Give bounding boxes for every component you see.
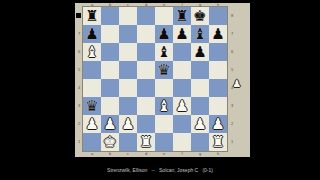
black-pawn-a7: ♟ bbox=[83, 25, 101, 43]
rank-label-left-1: 1 bbox=[76, 133, 82, 151]
rank-label-right-1: 1 bbox=[229, 133, 235, 151]
black-pawn-h7: ♟ bbox=[209, 25, 227, 43]
file-label-bottom-h: h bbox=[209, 152, 227, 156]
square-g1[interactable] bbox=[191, 133, 209, 151]
square-b8[interactable] bbox=[101, 7, 119, 25]
square-f4[interactable] bbox=[173, 79, 191, 97]
white-pawn-f3: ♟ bbox=[173, 97, 191, 115]
game-info-footer: Strenzwilk, Ellison -- Solcan, Joseph C … bbox=[0, 157, 320, 180]
square-g8[interactable]: ♚ bbox=[191, 7, 209, 25]
file-label-top-e: e bbox=[155, 3, 173, 7]
square-h2[interactable]: ♟ bbox=[209, 115, 227, 133]
file-label-top-a: a bbox=[83, 3, 101, 7]
black-bishop-e6: ♝ bbox=[155, 43, 173, 61]
square-h6[interactable] bbox=[209, 43, 227, 61]
square-b3[interactable] bbox=[101, 97, 119, 115]
square-e2[interactable] bbox=[155, 115, 173, 133]
black-bishop-g7: ♝ bbox=[191, 25, 209, 43]
black-pawn-f7: ♟ bbox=[173, 25, 191, 43]
square-h7[interactable]: ♟ bbox=[209, 25, 227, 43]
square-e4[interactable] bbox=[155, 79, 173, 97]
black-king-g8: ♚ bbox=[191, 7, 209, 25]
square-h1[interactable]: ♜ bbox=[209, 133, 227, 151]
square-c5[interactable] bbox=[119, 61, 137, 79]
rank-label-right-3: 3 bbox=[229, 97, 235, 115]
rank-label-right-2: 2 bbox=[229, 115, 235, 133]
black-rook-f8: ♜ bbox=[173, 7, 191, 25]
rank-label-left-6: 6 bbox=[76, 43, 82, 61]
rank-label-right-6: 6 bbox=[229, 43, 235, 61]
square-h3[interactable] bbox=[209, 97, 227, 115]
square-d8[interactable] bbox=[137, 7, 155, 25]
square-e1[interactable] bbox=[155, 133, 173, 151]
white-pawn-g2: ♟ bbox=[191, 115, 209, 133]
square-h8[interactable] bbox=[209, 7, 227, 25]
white-bishop-e3: ♝ bbox=[155, 97, 173, 115]
square-d1[interactable]: ♜ bbox=[137, 133, 155, 151]
square-a2[interactable]: ♟ bbox=[83, 115, 101, 133]
white-bishop-a6: ♝ bbox=[83, 43, 101, 61]
file-label-top-c: c bbox=[119, 3, 137, 7]
chess-board: ♜♜♚♟♟♟♝♟♝♝♟♛♛♝♟♟♟♟♟♟♚♜♜ bbox=[83, 7, 227, 151]
square-d3[interactable] bbox=[137, 97, 155, 115]
square-a5[interactable] bbox=[83, 61, 101, 79]
square-h5[interactable] bbox=[209, 61, 227, 79]
black-rook-a8: ♜ bbox=[83, 7, 101, 25]
square-e7[interactable]: ♟ bbox=[155, 25, 173, 43]
square-c7[interactable] bbox=[119, 25, 137, 43]
rank-label-right-7: 7 bbox=[229, 25, 235, 43]
black-side-marker-icon bbox=[76, 13, 81, 18]
video-frame: ♜♜♚♟♟♟♝♟♝♝♟♛♛♝♟♟♟♟♟♟♚♜♜ aabbccddeeffgghh… bbox=[0, 0, 320, 180]
square-f5[interactable] bbox=[173, 61, 191, 79]
file-label-top-f: f bbox=[173, 3, 191, 7]
white-king-b1: ♚ bbox=[101, 133, 119, 151]
square-g5[interactable] bbox=[191, 61, 209, 79]
white-rook-d1: ♜ bbox=[137, 133, 155, 151]
square-c1[interactable] bbox=[119, 133, 137, 151]
black-queen-e5: ♛ bbox=[155, 61, 173, 79]
square-d2[interactable] bbox=[137, 115, 155, 133]
file-label-bottom-f: f bbox=[173, 152, 191, 156]
square-c6[interactable] bbox=[119, 43, 137, 61]
square-c4[interactable] bbox=[119, 79, 137, 97]
square-d6[interactable] bbox=[137, 43, 155, 61]
white-rook-h1: ♜ bbox=[209, 133, 227, 151]
square-e5[interactable]: ♛ bbox=[155, 61, 173, 79]
board-panel: ♜♜♚♟♟♟♝♟♝♝♟♛♛♝♟♟♟♟♟♟♚♜♜ aabbccddeeffgghh… bbox=[75, 3, 250, 157]
square-g6[interactable]: ♟ bbox=[191, 43, 209, 61]
square-a1[interactable] bbox=[83, 133, 101, 151]
square-h4[interactable] bbox=[209, 79, 227, 97]
square-g7[interactable]: ♝ bbox=[191, 25, 209, 43]
square-e6[interactable]: ♝ bbox=[155, 43, 173, 61]
square-b5[interactable] bbox=[101, 61, 119, 79]
square-f3[interactable]: ♟ bbox=[173, 97, 191, 115]
square-g3[interactable] bbox=[191, 97, 209, 115]
rank-label-left-2: 2 bbox=[76, 115, 82, 133]
square-d7[interactable] bbox=[137, 25, 155, 43]
file-label-top-d: d bbox=[137, 3, 155, 7]
square-d4[interactable] bbox=[137, 79, 155, 97]
square-g4[interactable] bbox=[191, 79, 209, 97]
square-a6[interactable]: ♝ bbox=[83, 43, 101, 61]
rank-label-left-3: 3 bbox=[76, 97, 82, 115]
file-label-bottom-c: c bbox=[119, 152, 137, 156]
file-label-top-b: b bbox=[101, 3, 119, 7]
square-f6[interactable] bbox=[173, 43, 191, 61]
black-queen-a3: ♛ bbox=[83, 97, 101, 115]
square-c8[interactable] bbox=[119, 7, 137, 25]
white-pawn-a2: ♟ bbox=[83, 115, 101, 133]
file-label-bottom-b: b bbox=[101, 152, 119, 156]
square-b4[interactable] bbox=[101, 79, 119, 97]
white-pawn-h2: ♟ bbox=[209, 115, 227, 133]
square-b2[interactable]: ♟ bbox=[101, 115, 119, 133]
square-a8[interactable]: ♜ bbox=[83, 7, 101, 25]
rank-label-left-7: 7 bbox=[76, 25, 82, 43]
square-b7[interactable] bbox=[101, 25, 119, 43]
black-pawn-e7: ♟ bbox=[155, 25, 173, 43]
square-a4[interactable] bbox=[83, 79, 101, 97]
square-f7[interactable]: ♟ bbox=[173, 25, 191, 43]
square-f1[interactable] bbox=[173, 133, 191, 151]
file-label-top-g: g bbox=[191, 3, 209, 7]
square-b1[interactable]: ♚ bbox=[101, 133, 119, 151]
file-label-bottom-e: e bbox=[155, 152, 173, 156]
square-a7[interactable]: ♟ bbox=[83, 25, 101, 43]
rank-label-right-8: 8 bbox=[229, 7, 235, 25]
square-a3[interactable]: ♛ bbox=[83, 97, 101, 115]
file-label-bottom-a: a bbox=[83, 152, 101, 156]
white-pawn-b2: ♟ bbox=[101, 115, 119, 133]
black-pawn-g6: ♟ bbox=[191, 43, 209, 61]
rank-label-left-4: 4 bbox=[76, 79, 82, 97]
square-c2[interactable]: ♟ bbox=[119, 115, 137, 133]
square-e3[interactable]: ♝ bbox=[155, 97, 173, 115]
rank-label-left-5: 5 bbox=[76, 61, 82, 79]
players-result-line: Strenzwilk, Ellison -- Solcan, Joseph C … bbox=[0, 168, 320, 174]
square-d5[interactable] bbox=[137, 61, 155, 79]
file-label-top-h: h bbox=[209, 3, 227, 7]
square-f8[interactable]: ♜ bbox=[173, 7, 191, 25]
white-pawn-material-icon: ♟ bbox=[230, 77, 244, 91]
file-label-bottom-g: g bbox=[191, 152, 209, 156]
file-label-bottom-d: d bbox=[137, 152, 155, 156]
square-e8[interactable] bbox=[155, 7, 173, 25]
white-pawn-c2: ♟ bbox=[119, 115, 137, 133]
square-b6[interactable] bbox=[101, 43, 119, 61]
square-f2[interactable] bbox=[173, 115, 191, 133]
square-g2[interactable]: ♟ bbox=[191, 115, 209, 133]
square-c3[interactable] bbox=[119, 97, 137, 115]
